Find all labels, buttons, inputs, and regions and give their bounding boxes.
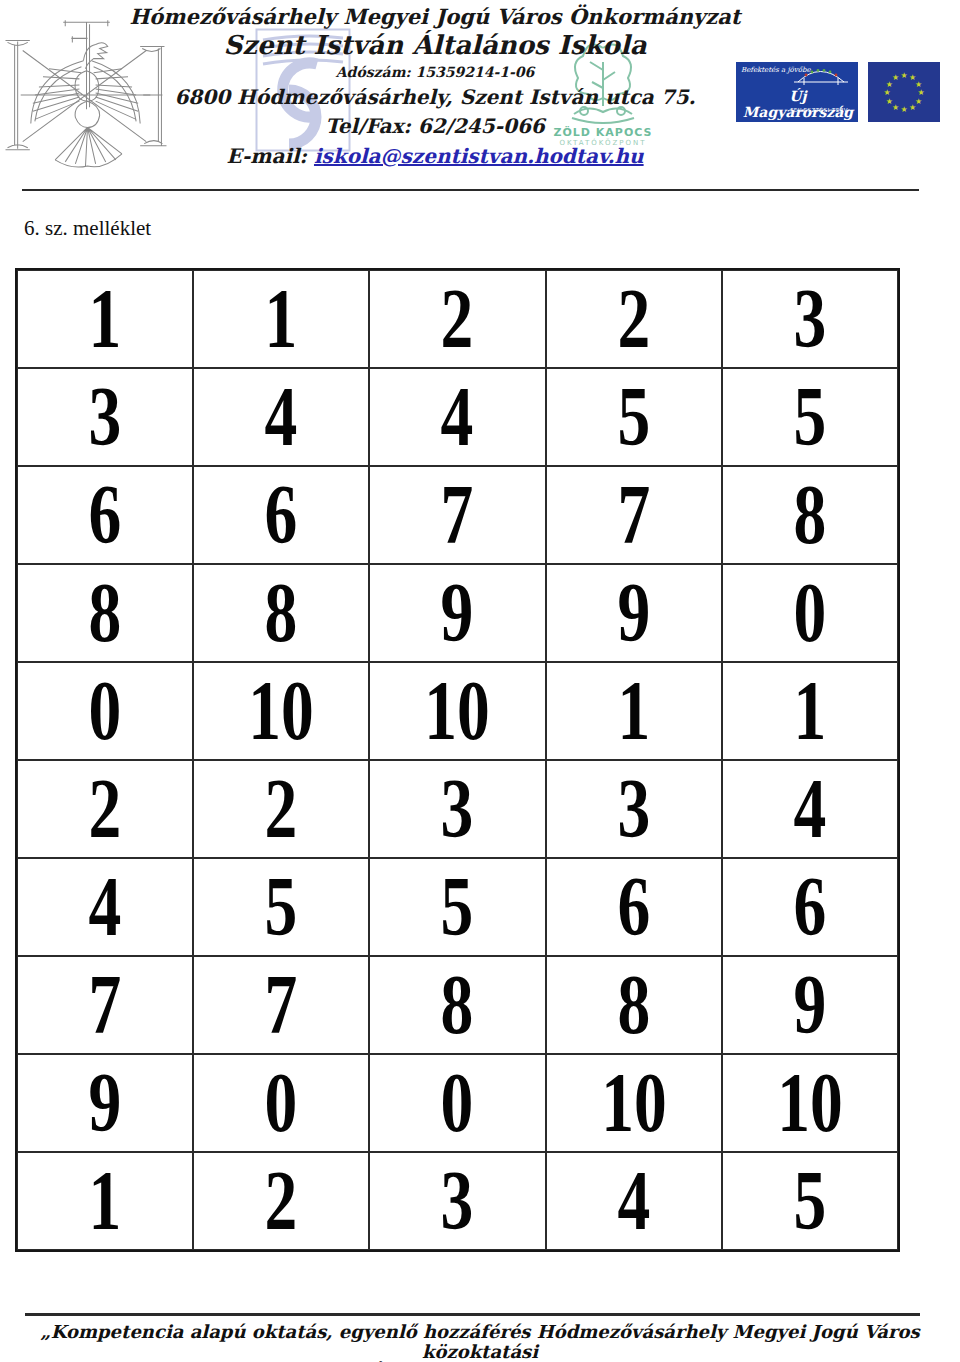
grid-cell-r7c1: 4	[17, 858, 193, 956]
cell-number: 9	[89, 1061, 122, 1145]
cell-number: 1	[794, 669, 827, 753]
address-line: 6800 Hódmezővásárhely, Szent István utca…	[120, 85, 750, 109]
grid-cell-r5c1: 0	[17, 662, 193, 760]
bridge-icon	[792, 65, 850, 87]
grid-cell-r5c5: 1	[722, 662, 898, 760]
svg-text:★: ★	[900, 105, 907, 114]
grid-cell-r3c1: 6	[17, 466, 193, 564]
cell-number: 3	[441, 1159, 474, 1243]
cell-number: 7	[617, 473, 650, 557]
appendix-label: 6. sz. melléklet	[24, 216, 151, 241]
cell-number: 8	[794, 473, 827, 557]
grid-cell-r7c5: 6	[722, 858, 898, 956]
grid-cell-r2c4: 5	[546, 368, 722, 466]
cell-number: 6	[617, 865, 650, 949]
eu-flag: ★★★ ★★★ ★★★ ★★★	[868, 62, 940, 122]
cell-number: 2	[441, 277, 474, 361]
header-divider	[22, 189, 919, 191]
grid-cell-r4c4: 9	[546, 564, 722, 662]
grid-cell-r6c1: 2	[17, 760, 193, 858]
cell-number: 0	[441, 1061, 474, 1145]
grid-cell-r3c3: 7	[369, 466, 545, 564]
cell-number: 8	[265, 571, 298, 655]
grid-cell-r9c5: 10	[722, 1054, 898, 1152]
cell-number: 6	[89, 473, 122, 557]
grid-cell-r1c4: 2	[546, 270, 722, 368]
cell-number: 7	[441, 473, 474, 557]
grid-cell-r7c2: 5	[193, 858, 369, 956]
eu-stars-icon: ★★★ ★★★ ★★★ ★★★	[868, 62, 940, 122]
cell-number: 5	[441, 865, 474, 949]
footer-divider	[25, 1313, 920, 1316]
svg-text:★: ★	[892, 103, 899, 112]
grid-cell-r5c2: 10	[193, 662, 369, 760]
cell-number: 0	[265, 1061, 298, 1145]
cell-number: 5	[265, 865, 298, 949]
cell-number: 4	[794, 767, 827, 851]
grid-cell-r7c4: 6	[546, 858, 722, 956]
grid-cell-r6c2: 2	[193, 760, 369, 858]
grid-cell-r1c3: 2	[369, 270, 545, 368]
grid-cell-r8c1: 7	[17, 956, 193, 1054]
grid-cell-r5c3: 10	[369, 662, 545, 760]
cell-number: 2	[265, 1159, 298, 1243]
cell-number: 8	[89, 571, 122, 655]
cell-number: 8	[617, 963, 650, 1047]
email-link[interactable]: iskola@szentistvan.hodtav.hu	[314, 144, 644, 168]
cell-number: 0	[794, 571, 827, 655]
number-grid: 1 1 2 2 3 3 4 4 5 5 6 6 7 7 8 8 8 9 9 0 …	[15, 268, 900, 1252]
grid-cell-r8c2: 7	[193, 956, 369, 1054]
svg-text:★: ★	[892, 73, 899, 82]
svg-text:★: ★	[900, 71, 907, 80]
organization-name: Hómezővásárhely Megyei Jogú Város Önkorm…	[120, 4, 750, 29]
cell-number: 6	[794, 865, 827, 949]
cell-number: 10	[425, 669, 491, 753]
cell-number: 5	[794, 1159, 827, 1243]
grid-cell-r1c2: 1	[193, 270, 369, 368]
cell-number: 3	[617, 767, 650, 851]
umft-name: Új Magyarország	[742, 88, 854, 120]
cell-number: 4	[617, 1159, 650, 1243]
cell-number: 4	[441, 375, 474, 459]
footer-project-text: „Kompetencia alapú oktatás, egyenlő hozz…	[0, 1322, 960, 1362]
uj-magyarorszag-logo: Befektetés a jövőbe Új Magyarország FEJL…	[736, 62, 858, 122]
grid-cell-r6c5: 4	[722, 760, 898, 858]
cell-number: 10	[777, 1061, 843, 1145]
grid-cell-r10c5: 5	[722, 1152, 898, 1250]
svg-text:★: ★	[909, 103, 916, 112]
telfax-line: Tel/Fax: 62/245-066	[120, 114, 750, 138]
grid-cell-r3c4: 7	[546, 466, 722, 564]
grid-cell-r2c2: 4	[193, 368, 369, 466]
grid-cell-r9c3: 0	[369, 1054, 545, 1152]
footer-line-1: „Kompetencia alapú oktatás, egyenlő hozz…	[0, 1322, 960, 1362]
cell-number: 3	[441, 767, 474, 851]
svg-text:★: ★	[883, 88, 890, 97]
cell-number: 1	[89, 277, 122, 361]
cell-number: 0	[89, 669, 122, 753]
grid-cell-r9c1: 9	[17, 1054, 193, 1152]
cell-number: 2	[89, 767, 122, 851]
grid-cell-r6c4: 3	[546, 760, 722, 858]
cell-number: 6	[265, 473, 298, 557]
grid-cell-r4c5: 0	[722, 564, 898, 662]
email-label: E-mail:	[226, 144, 307, 168]
grid-cell-r8c4: 8	[546, 956, 722, 1054]
cell-number: 10	[249, 669, 315, 753]
grid-cell-r1c1: 1	[17, 270, 193, 368]
email-line: E-mail: iskola@szentistvan.hodtav.hu	[120, 144, 750, 168]
cell-number: 5	[794, 375, 827, 459]
grid-cell-r9c2: 0	[193, 1054, 369, 1152]
grid-cell-r10c3: 3	[369, 1152, 545, 1250]
grid-cell-r8c5: 9	[722, 956, 898, 1054]
grid-cell-r10c4: 4	[546, 1152, 722, 1250]
letterhead: Hómezővásárhely Megyei Jogú Város Önkorm…	[120, 4, 750, 168]
grid-cell-r3c5: 8	[722, 466, 898, 564]
cell-number: 3	[89, 375, 122, 459]
cell-number: 7	[89, 963, 122, 1047]
cell-number: 1	[265, 277, 298, 361]
svg-text:★: ★	[886, 97, 893, 106]
grid-cell-r10c2: 2	[193, 1152, 369, 1250]
cell-number: 4	[265, 375, 298, 459]
cell-number: 2	[617, 277, 650, 361]
cell-number: 2	[265, 767, 298, 851]
cell-number: 9	[441, 571, 474, 655]
cell-number: 8	[441, 963, 474, 1047]
umft-subtitle: FEJLESZTÉSI TERV	[790, 107, 848, 113]
grid-cell-r10c1: 1	[17, 1152, 193, 1250]
grid-cell-r2c1: 3	[17, 368, 193, 466]
grid-cell-r4c3: 9	[369, 564, 545, 662]
grid-cell-r6c3: 3	[369, 760, 545, 858]
tax-number-line: Adószám: 15359214-1-06	[120, 64, 750, 81]
cell-number: 5	[617, 375, 650, 459]
grid-cell-r4c2: 8	[193, 564, 369, 662]
grid-cell-r5c4: 1	[546, 662, 722, 760]
grid-cell-r2c3: 4	[369, 368, 545, 466]
grid-cell-r3c2: 6	[193, 466, 369, 564]
cell-number: 1	[617, 669, 650, 753]
cell-number: 4	[89, 865, 122, 949]
grid-cell-r2c5: 5	[722, 368, 898, 466]
grid-cell-r8c3: 8	[369, 956, 545, 1054]
grid-cell-r4c1: 8	[17, 564, 193, 662]
cell-number: 10	[601, 1061, 667, 1145]
school-name: Szent István Általános Iskola	[120, 30, 750, 61]
cell-number: 1	[89, 1159, 122, 1243]
grid-cell-r1c5: 3	[722, 270, 898, 368]
grid-cell-r7c3: 5	[369, 858, 545, 956]
cell-number: 3	[794, 277, 827, 361]
cell-number: 9	[617, 571, 650, 655]
svg-text:★: ★	[915, 97, 922, 106]
cell-number: 9	[794, 963, 827, 1047]
grid-cell-r9c4: 10	[546, 1054, 722, 1152]
cell-number: 7	[265, 963, 298, 1047]
